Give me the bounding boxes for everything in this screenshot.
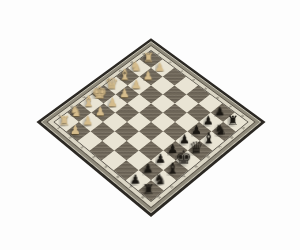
piece-white-pawn: ♟ bbox=[120, 87, 131, 99]
piece-black-pawn: ♟ bbox=[191, 124, 202, 136]
square-d4 bbox=[139, 104, 163, 122]
square-e3 bbox=[115, 104, 139, 122]
piece-black-rook: ♜ bbox=[142, 182, 154, 196]
piece-white-pawn: ♟ bbox=[155, 61, 165, 73]
square-c5 bbox=[163, 104, 187, 122]
piece-black-pawn: ♟ bbox=[143, 162, 154, 174]
piece-white-rook: ♜ bbox=[143, 51, 154, 63]
piece-white-pawn: ♟ bbox=[95, 105, 106, 117]
piece-black-knight: ♞ bbox=[214, 122, 227, 136]
piece-white-pawn: ♟ bbox=[132, 78, 143, 90]
piece-black-bishop: ♝ bbox=[202, 131, 216, 146]
piece-white-pawn: ♟ bbox=[143, 69, 153, 81]
scene: 12345678 12345678 ABCDEFGH ABCDEFGH ♜♟♟♜… bbox=[0, 0, 300, 250]
chess-board: 12345678 12345678 ABCDEFGH ABCDEFGH ♜♟♟♜… bbox=[48, 46, 254, 207]
piece-black-pawn: ♟ bbox=[130, 172, 141, 185]
piece-white-pawn: ♟ bbox=[108, 96, 119, 108]
piece-black-pawn: ♟ bbox=[215, 105, 226, 117]
piece-white-bishop: ♝ bbox=[82, 94, 95, 109]
board-grid: ♜♟♟♜♞♟♟♞♝♟♟♝♛♟♟♛♚♟♟♚♝♟♟♝♞♟♟♞♜♟♟♜ bbox=[55, 51, 247, 201]
piece-white-pawn: ♟ bbox=[70, 124, 81, 136]
piece-white-pawn: ♟ bbox=[83, 114, 94, 126]
piece-black-pawn: ♟ bbox=[155, 153, 166, 165]
piece-black-rook: ♜ bbox=[227, 114, 239, 127]
piece-black-pawn: ♟ bbox=[203, 114, 214, 126]
piece-black-bishop: ♝ bbox=[166, 161, 180, 177]
product-photo-chess-set: 12345678 12345678 ABCDEFGH ABCDEFGH ♜♟♟♜… bbox=[0, 0, 300, 250]
piece-white-rook: ♜ bbox=[58, 114, 70, 127]
board-frame: 12345678 12345678 ABCDEFGH ABCDEFGH ♜♟♟♜… bbox=[48, 46, 254, 207]
